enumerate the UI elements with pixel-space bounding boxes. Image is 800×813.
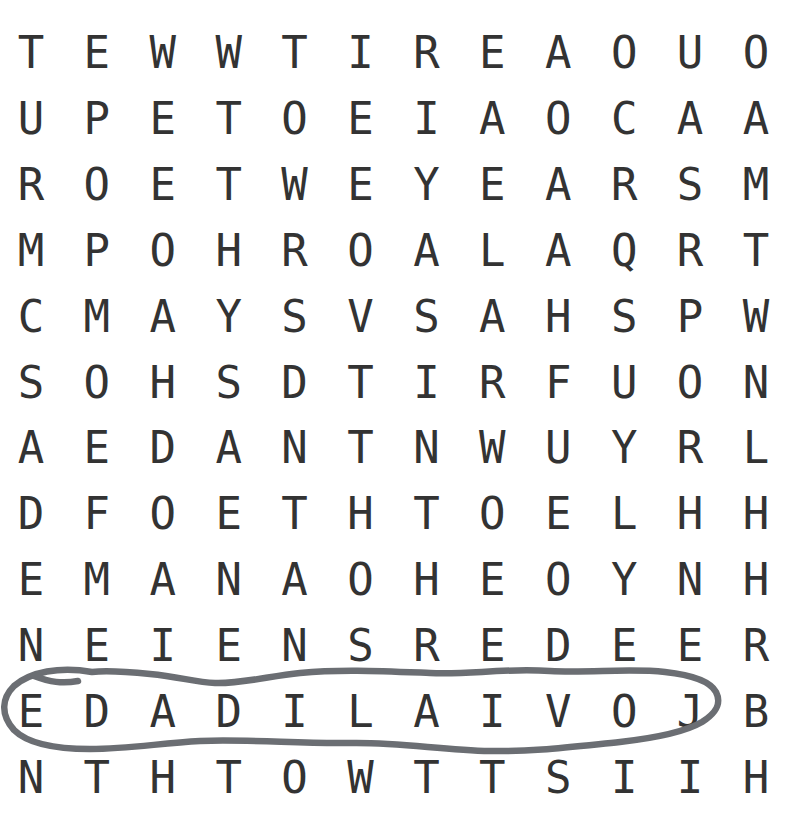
grid-cell[interactable]: S (591, 284, 657, 350)
grid-cell[interactable]: D (525, 613, 591, 679)
grid-cell[interactable]: O (262, 745, 328, 811)
grid-cell[interactable]: S (393, 284, 459, 350)
grid-cell[interactable]: J (657, 679, 723, 745)
grid-cell[interactable]: A (393, 679, 459, 745)
grid-cell[interactable]: E (328, 152, 394, 218)
grid-cell[interactable]: O (591, 679, 657, 745)
grid-cell[interactable]: D (196, 679, 262, 745)
grid-cell[interactable]: O (328, 218, 394, 284)
word-search-page: TEWWTIREAOUOUPETOEIAOCAAROETWEYEARSMMPOH… (0, 0, 800, 813)
grid-cell[interactable]: E (459, 152, 525, 218)
grid-cell[interactable]: E (328, 86, 394, 152)
grid-cell[interactable]: E (459, 20, 525, 86)
grid-cell[interactable]: D (64, 679, 130, 745)
grid-cell[interactable]: N (196, 547, 262, 613)
grid-cell[interactable]: N (0, 745, 64, 811)
grid-cell[interactable]: W (196, 20, 262, 86)
grid-cell[interactable]: T (196, 152, 262, 218)
grid-cell[interactable]: W (723, 284, 789, 350)
grid-cell[interactable]: R (393, 20, 459, 86)
grid-cell[interactable]: H (130, 350, 196, 416)
grid-cell[interactable]: H (657, 481, 723, 547)
grid-cell[interactable]: L (591, 481, 657, 547)
grid-cell[interactable]: E (196, 613, 262, 679)
word-search-board: TEWWTIREAOUOUPETOEIAOCAAROETWEYEARSMMPOH… (0, 20, 789, 811)
grid-cell[interactable]: O (130, 218, 196, 284)
grid-cell[interactable]: A (723, 86, 789, 152)
grid-cell[interactable]: E (130, 86, 196, 152)
grid-cell[interactable]: W (130, 20, 196, 86)
grid-cell[interactable]: A (196, 415, 262, 481)
grid-cell[interactable]: N (723, 350, 789, 416)
grid-cell[interactable]: C (0, 284, 64, 350)
grid-cell[interactable]: W (262, 152, 328, 218)
grid-cell[interactable]: S (196, 350, 262, 416)
grid-cell[interactable]: R (657, 415, 723, 481)
grid-cell[interactable]: A (393, 218, 459, 284)
grid-cell[interactable]: P (64, 218, 130, 284)
grid-cell[interactable]: T (64, 745, 130, 811)
grid-cell[interactable]: Y (393, 152, 459, 218)
grid-cell[interactable]: E (196, 481, 262, 547)
grid-cell[interactable]: M (0, 218, 64, 284)
grid-cell[interactable]: R (591, 152, 657, 218)
grid-cell[interactable]: E (64, 20, 130, 86)
grid-cell[interactable]: A (459, 284, 525, 350)
grid-cell[interactable]: E (0, 547, 64, 613)
grid-cell[interactable]: I (130, 613, 196, 679)
grid-cell[interactable]: N (262, 415, 328, 481)
grid-cell[interactable]: A (459, 86, 525, 152)
grid-cell[interactable]: T (262, 481, 328, 547)
grid-cell[interactable]: M (64, 547, 130, 613)
grid-cell[interactable]: R (459, 350, 525, 416)
grid-cell[interactable]: O (525, 86, 591, 152)
grid-cell[interactable]: T (262, 20, 328, 86)
grid-cell[interactable]: I (262, 679, 328, 745)
grid-cell[interactable]: A (130, 679, 196, 745)
grid-cell[interactable]: S (525, 745, 591, 811)
grid-cell[interactable]: O (591, 20, 657, 86)
grid-cell[interactable]: S (262, 284, 328, 350)
grid-cell[interactable]: O (723, 20, 789, 86)
grid-cell[interactable]: A (130, 284, 196, 350)
grid-cell[interactable]: L (723, 415, 789, 481)
grid-cell[interactable]: T (328, 350, 394, 416)
grid-cell[interactable]: A (525, 20, 591, 86)
grid-cell[interactable]: I (328, 20, 394, 86)
grid-cell[interactable]: T (196, 745, 262, 811)
grid-cell[interactable]: L (328, 679, 394, 745)
grid-cell[interactable]: T (723, 218, 789, 284)
grid-cell[interactable]: U (591, 350, 657, 416)
grid-cell[interactable]: D (0, 481, 64, 547)
grid-cell[interactable]: E (459, 547, 525, 613)
grid-cell[interactable]: H (130, 745, 196, 811)
grid-cell[interactable]: D (130, 415, 196, 481)
grid-cell[interactable]: U (657, 20, 723, 86)
grid-cell[interactable]: O (459, 481, 525, 547)
grid-cell[interactable]: N (262, 613, 328, 679)
grid-cell[interactable]: T (0, 20, 64, 86)
grid-cell[interactable]: I (393, 86, 459, 152)
grid-cell[interactable]: O (262, 86, 328, 152)
grid-cell[interactable]: R (262, 218, 328, 284)
grid-cell[interactable]: V (328, 284, 394, 350)
grid-cell[interactable]: H (723, 547, 789, 613)
grid-cell[interactable]: V (525, 679, 591, 745)
grid-cell[interactable]: A (525, 152, 591, 218)
grid-cell[interactable]: W (328, 745, 394, 811)
grid-cell[interactable]: O (328, 547, 394, 613)
grid-cell[interactable]: A (657, 86, 723, 152)
grid-cell[interactable]: H (723, 481, 789, 547)
grid-cell[interactable]: H (328, 481, 394, 547)
grid-cell[interactable]: R (0, 152, 64, 218)
grid-cell[interactable]: R (723, 613, 789, 679)
grid-cell[interactable]: F (525, 350, 591, 416)
grid-cell[interactable]: H (393, 547, 459, 613)
grid-cell[interactable]: I (657, 745, 723, 811)
grid-cell[interactable]: E (459, 613, 525, 679)
grid-cell[interactable]: O (64, 152, 130, 218)
grid-cell[interactable]: H (723, 745, 789, 811)
grid-cell[interactable]: A (0, 415, 64, 481)
grid-cell[interactable]: T (393, 745, 459, 811)
grid-cell[interactable]: F (64, 481, 130, 547)
grid-cell[interactable]: A (262, 547, 328, 613)
grid-cell[interactable]: O (64, 350, 130, 416)
grid-cell[interactable]: T (328, 415, 394, 481)
grid-cell[interactable]: N (393, 415, 459, 481)
grid-cell[interactable]: E (525, 481, 591, 547)
grid-cell[interactable]: M (64, 284, 130, 350)
grid-cell[interactable]: I (393, 350, 459, 416)
grid-cell[interactable]: Y (591, 415, 657, 481)
grid-cell[interactable]: H (525, 284, 591, 350)
grid-cell[interactable]: B (723, 679, 789, 745)
grid-cell[interactable]: T (196, 86, 262, 152)
grid-cell[interactable]: N (657, 547, 723, 613)
grid-cell[interactable]: D (262, 350, 328, 416)
grid-cell[interactable]: O (657, 350, 723, 416)
grid-cell[interactable]: R (657, 218, 723, 284)
grid-cell[interactable]: Y (591, 547, 657, 613)
grid-cell[interactable]: W (459, 415, 525, 481)
grid-cell[interactable]: L (459, 218, 525, 284)
grid-cell[interactable]: S (0, 350, 64, 416)
grid-cell[interactable]: Y (196, 284, 262, 350)
grid-cell[interactable]: T (393, 481, 459, 547)
grid-cell[interactable]: U (0, 86, 64, 152)
grid-cell[interactable]: H (196, 218, 262, 284)
grid-cell[interactable]: I (591, 745, 657, 811)
grid-cell[interactable]: S (328, 613, 394, 679)
grid-cell[interactable]: E (64, 613, 130, 679)
grid-cell[interactable]: M (723, 152, 789, 218)
grid-cell[interactable]: E (657, 613, 723, 679)
grid-cell[interactable]: E (591, 613, 657, 679)
grid-cell[interactable]: O (130, 481, 196, 547)
grid-cell[interactable]: A (130, 547, 196, 613)
grid-cell[interactable]: E (130, 152, 196, 218)
grid-cell[interactable]: P (64, 86, 130, 152)
grid-cell[interactable]: N (0, 613, 64, 679)
grid-cell[interactable]: E (64, 415, 130, 481)
grid-cell[interactable]: Q (591, 218, 657, 284)
grid-cell[interactable]: T (459, 745, 525, 811)
grid-cell[interactable]: C (591, 86, 657, 152)
grid-cell[interactable]: E (0, 679, 64, 745)
grid-cell[interactable]: U (525, 415, 591, 481)
grid-cell[interactable]: P (657, 284, 723, 350)
grid-cell[interactable]: O (525, 547, 591, 613)
grid-cell[interactable]: R (393, 613, 459, 679)
grid-cell[interactable]: I (459, 679, 525, 745)
grid-cell[interactable]: S (657, 152, 723, 218)
grid-cell[interactable]: A (525, 218, 591, 284)
